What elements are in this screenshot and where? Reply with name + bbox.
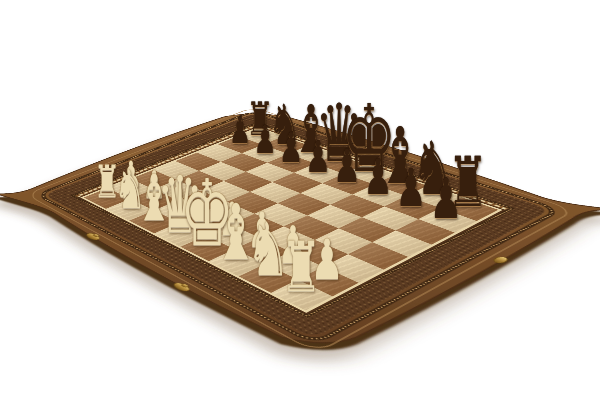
piece-black-pawn[interactable]: ♟ (253, 120, 276, 159)
piece-black-pawn[interactable]: ♟ (364, 152, 393, 201)
piece-black-pawn[interactable]: ♟ (334, 144, 361, 190)
piece-black-pawn[interactable]: ♟ (229, 113, 251, 150)
piece-black-pawn[interactable]: ♟ (305, 135, 331, 179)
piece-black-pawn[interactable]: ♟ (278, 127, 302, 168)
piece-white-rook[interactable]: ♜ (280, 233, 321, 302)
piece-black-pawn[interactable]: ♟ (430, 171, 463, 227)
chess-set-photo: ♜♞♝♛♚♝♞♜♟♟♟♟♟♟♟♟♟♟♟♟♟♟♟♟♜♞♝♛♚♝♞♜ (0, 0, 600, 400)
piece-black-pawn[interactable]: ♟ (396, 161, 427, 213)
